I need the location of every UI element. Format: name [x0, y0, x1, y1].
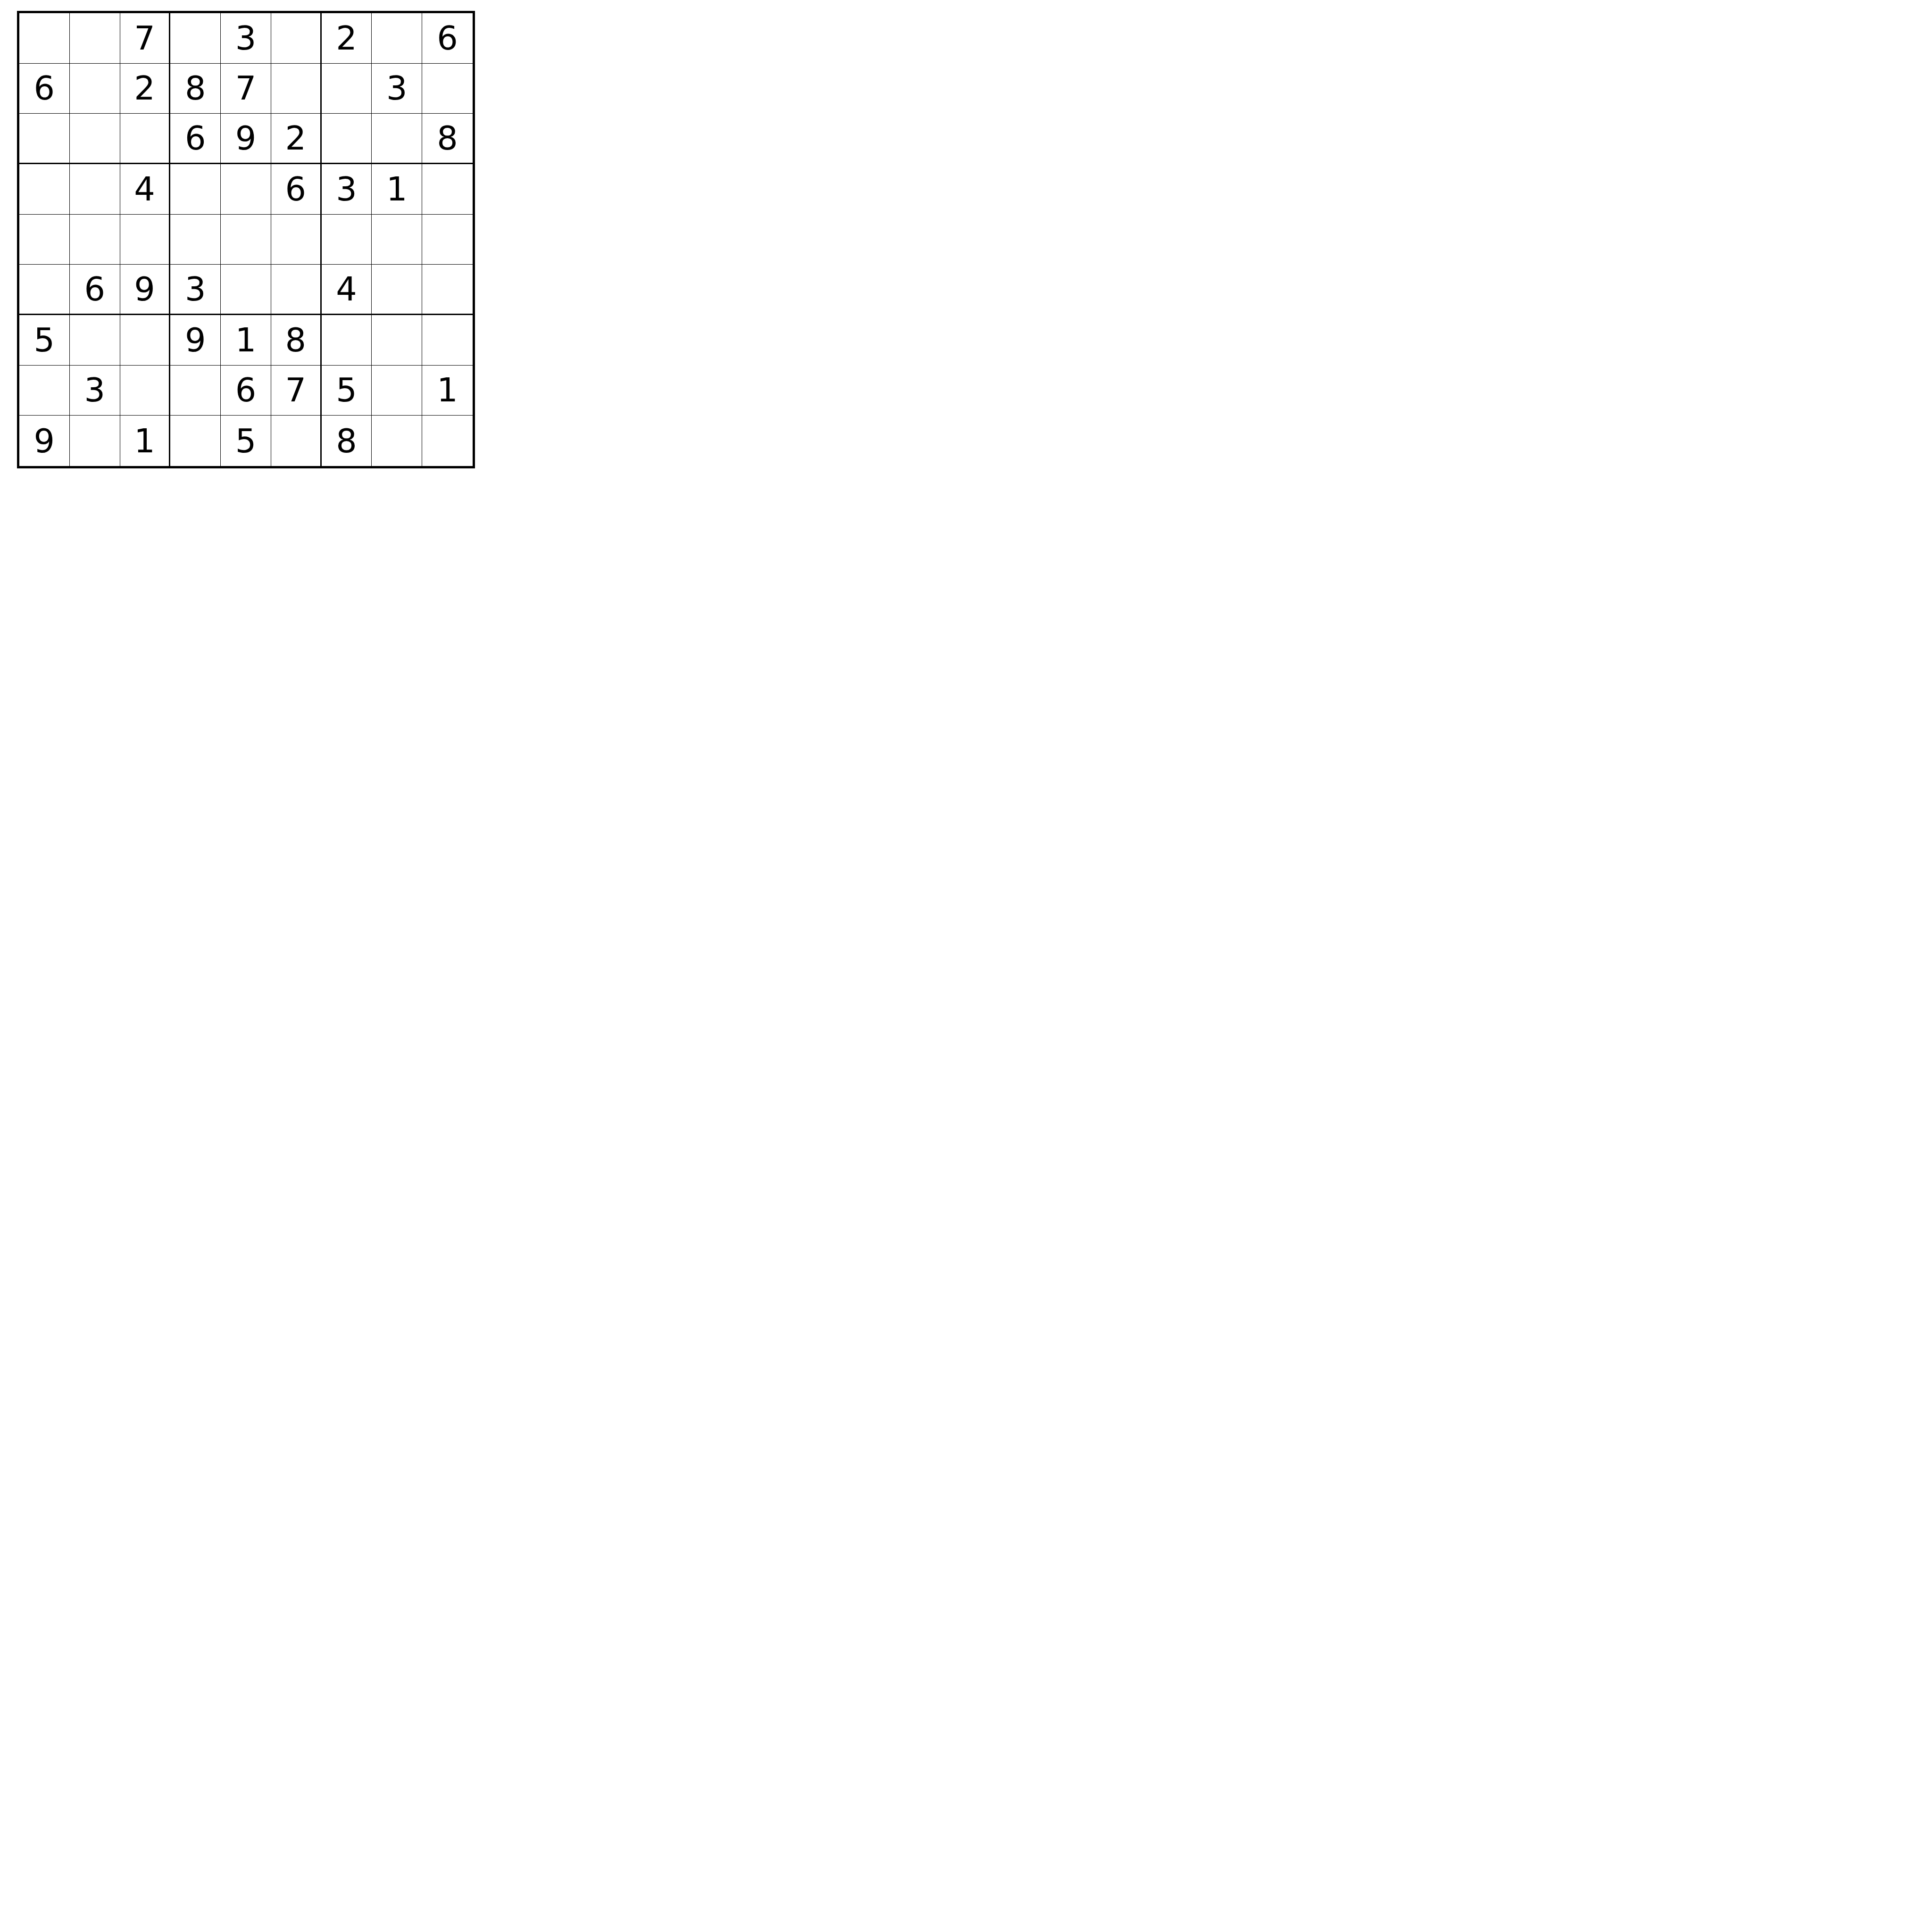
cell-r9c5-given: 5: [221, 416, 271, 466]
cell-r2c6-empty[interactable]: [271, 64, 322, 114]
cell-r7c5-given: 1: [221, 315, 271, 366]
cell-r2c1-given: 6: [19, 64, 70, 114]
cell-r4c8-given: 1: [372, 164, 422, 215]
cell-r9c4-empty[interactable]: [170, 416, 221, 466]
cell-r3c5-given: 9: [221, 114, 271, 164]
cell-r9c6-empty[interactable]: [271, 416, 322, 466]
cell-r3c9-given: 8: [422, 114, 473, 164]
cell-r8c8-empty[interactable]: [372, 366, 422, 416]
cell-r2c4-given: 8: [170, 64, 221, 114]
cell-r8c6-given: 7: [271, 366, 322, 416]
cell-r2c7-empty[interactable]: [322, 64, 372, 114]
cell-r4c2-empty[interactable]: [70, 164, 120, 215]
cell-r7c2-empty[interactable]: [70, 315, 120, 366]
cell-r5c2-empty[interactable]: [70, 215, 120, 265]
cell-r6c1-empty[interactable]: [19, 265, 70, 315]
cell-r4c1-empty[interactable]: [19, 164, 70, 215]
cell-r8c7-given: 5: [322, 366, 372, 416]
cell-r8c2-given: 3: [70, 366, 120, 416]
cell-r1c9-given: 6: [422, 13, 473, 64]
cell-r5c6-empty[interactable]: [271, 215, 322, 265]
cell-r1c2-empty[interactable]: [70, 13, 120, 64]
cell-r9c1-given: 9: [19, 416, 70, 466]
cell-r6c6-empty[interactable]: [271, 265, 322, 315]
cell-r9c8-empty[interactable]: [372, 416, 422, 466]
cell-r7c9-empty[interactable]: [422, 315, 473, 366]
cell-r7c1-given: 5: [19, 315, 70, 366]
cell-r7c3-empty[interactable]: [120, 315, 171, 366]
cell-r3c3-empty[interactable]: [120, 114, 171, 164]
cell-r1c4-empty[interactable]: [170, 13, 221, 64]
cell-r5c1-empty[interactable]: [19, 215, 70, 265]
cell-r3c4-given: 6: [170, 114, 221, 164]
cell-r8c1-empty[interactable]: [19, 366, 70, 416]
cell-r8c4-empty[interactable]: [170, 366, 221, 416]
cell-r6c9-empty[interactable]: [422, 265, 473, 315]
cell-r2c9-empty[interactable]: [422, 64, 473, 114]
cell-r4c7-given: 3: [322, 164, 372, 215]
cell-r7c8-empty[interactable]: [372, 315, 422, 366]
cell-r1c8-empty[interactable]: [372, 13, 422, 64]
sudoku-board-wrap: 7326628736928463169345918367519158: [17, 11, 475, 468]
cell-r5c4-empty[interactable]: [170, 215, 221, 265]
cell-r1c6-empty[interactable]: [271, 13, 322, 64]
cell-r3c7-empty[interactable]: [322, 114, 372, 164]
cell-r5c9-empty[interactable]: [422, 215, 473, 265]
cell-r5c8-empty[interactable]: [372, 215, 422, 265]
cell-r3c1-empty[interactable]: [19, 114, 70, 164]
cell-r4c5-empty[interactable]: [221, 164, 271, 215]
cell-r7c6-given: 8: [271, 315, 322, 366]
cell-r4c9-empty[interactable]: [422, 164, 473, 215]
cell-r9c3-given: 1: [120, 416, 171, 466]
cell-r2c8-given: 3: [372, 64, 422, 114]
cell-r1c5-given: 3: [221, 13, 271, 64]
cell-r4c6-given: 6: [271, 164, 322, 215]
cell-r6c7-given: 4: [322, 265, 372, 315]
cell-r4c4-empty[interactable]: [170, 164, 221, 215]
cell-r5c7-empty[interactable]: [322, 215, 372, 265]
cell-r6c3-given: 9: [120, 265, 171, 315]
cell-r3c2-empty[interactable]: [70, 114, 120, 164]
cell-r1c3-given: 7: [120, 13, 171, 64]
cell-r6c5-empty[interactable]: [221, 265, 271, 315]
cell-r7c7-empty[interactable]: [322, 315, 372, 366]
cell-r3c8-empty[interactable]: [372, 114, 422, 164]
cell-r8c5-given: 6: [221, 366, 271, 416]
cell-r2c5-given: 7: [221, 64, 271, 114]
cell-r5c3-empty[interactable]: [120, 215, 171, 265]
cell-r5c5-empty[interactable]: [221, 215, 271, 265]
cell-r2c3-given: 2: [120, 64, 171, 114]
cell-r6c8-empty[interactable]: [372, 265, 422, 315]
cell-r8c9-given: 1: [422, 366, 473, 416]
cell-r3c6-given: 2: [271, 114, 322, 164]
cell-r1c7-given: 2: [322, 13, 372, 64]
cell-r6c4-given: 3: [170, 265, 221, 315]
cell-r6c2-given: 6: [70, 265, 120, 315]
cell-r8c3-empty[interactable]: [120, 366, 171, 416]
sudoku-board: 7326628736928463169345918367519158: [17, 11, 475, 468]
cell-r9c2-empty[interactable]: [70, 416, 120, 466]
cell-r9c7-given: 8: [322, 416, 372, 466]
cell-r9c9-empty[interactable]: [422, 416, 473, 466]
cell-r7c4-given: 9: [170, 315, 221, 366]
cell-r2c2-empty[interactable]: [70, 64, 120, 114]
cell-r1c1-empty[interactable]: [19, 13, 70, 64]
cell-r4c3-given: 4: [120, 164, 171, 215]
